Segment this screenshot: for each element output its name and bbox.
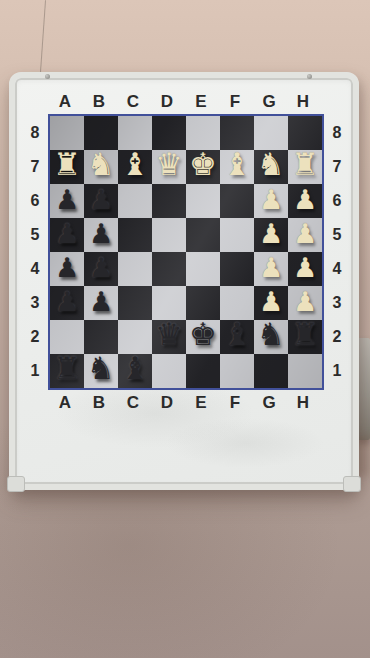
square-c4	[118, 252, 152, 286]
square-b7: ♞︎	[84, 150, 118, 184]
white-pawn: ♟︎	[259, 220, 283, 247]
square-c7: ♝︎	[118, 150, 152, 184]
rank-label-4: 4	[324, 252, 350, 286]
chess-board-print: ABCDEFGH 87654321 ♜︎♞︎♝︎♛︎♚︎♝︎♞︎♜︎♟︎♟︎♟︎…	[22, 89, 346, 415]
square-c3	[118, 286, 152, 320]
square-b8	[84, 116, 118, 150]
rank-label-1: 1	[324, 354, 350, 388]
square-c2	[118, 320, 152, 354]
square-a4: ♟︎	[50, 252, 84, 286]
file-label-e: E	[184, 390, 218, 415]
square-a8	[50, 116, 84, 150]
square-b4: ♟︎	[84, 252, 118, 286]
square-f4	[220, 252, 254, 286]
white-pawn: ♟︎	[293, 186, 317, 213]
rank-label-3: 3	[22, 286, 48, 320]
black-rook: ♜︎	[291, 319, 319, 350]
file-label-d: D	[150, 390, 184, 415]
black-bishop: ♝︎	[121, 353, 149, 384]
black-pawn: ♟︎	[55, 254, 79, 281]
rank-label-7: 7	[22, 150, 48, 184]
square-c6	[118, 184, 152, 218]
rank-label-6: 6	[22, 184, 48, 218]
black-pawn: ♟︎	[89, 220, 113, 247]
square-h6: ♟︎	[288, 184, 322, 218]
file-label-a: A	[48, 390, 82, 415]
square-a6: ♟︎	[50, 184, 84, 218]
file-label-g: G	[252, 390, 286, 415]
square-g2: ♞︎	[254, 320, 288, 354]
black-pawn: ♟︎	[55, 288, 79, 315]
file-label-f: F	[218, 390, 252, 415]
white-pawn: ♟︎	[259, 186, 283, 213]
square-a1: ♜︎	[50, 354, 84, 388]
square-f2: ♝︎	[220, 320, 254, 354]
square-c8	[118, 116, 152, 150]
square-d3	[152, 286, 186, 320]
rank-label-1: 1	[22, 354, 48, 388]
white-knight: ♞︎	[87, 149, 115, 180]
mounting-screw-left	[45, 74, 50, 79]
black-rook: ♜︎	[53, 353, 81, 384]
file-label-h: H	[286, 390, 320, 415]
rank-label-5: 5	[324, 218, 350, 252]
square-e7: ♚︎	[186, 150, 220, 184]
rank-label-7: 7	[324, 150, 350, 184]
square-f6	[220, 184, 254, 218]
white-king: ♚︎	[189, 149, 217, 180]
square-g7: ♞︎	[254, 150, 288, 184]
board-grid: ♜︎♞︎♝︎♛︎♚︎♝︎♞︎♜︎♟︎♟︎♟︎♟︎♟︎♟︎♟︎♟︎♟︎♟︎♟︎♟︎…	[48, 114, 324, 390]
whiteboard: ABCDEFGH 87654321 ♜︎♞︎♝︎♛︎♚︎♝︎♞︎♜︎♟︎♟︎♟︎…	[9, 72, 359, 490]
square-g5: ♟︎	[254, 218, 288, 252]
file-label-f: F	[218, 89, 252, 114]
square-d5	[152, 218, 186, 252]
square-g6: ♟︎	[254, 184, 288, 218]
file-label-h: H	[286, 89, 320, 114]
white-pawn: ♟︎	[293, 288, 317, 315]
square-e6	[186, 184, 220, 218]
square-a5: ♟︎	[50, 218, 84, 252]
square-h2: ♜︎	[288, 320, 322, 354]
square-c1: ♝︎	[118, 354, 152, 388]
mounting-screw-right	[307, 74, 312, 79]
square-f7: ♝︎	[220, 150, 254, 184]
square-d4	[152, 252, 186, 286]
ranks-right: 87654321	[324, 114, 350, 390]
square-f1	[220, 354, 254, 388]
rank-label-3: 3	[324, 286, 350, 320]
white-knight: ♞︎	[257, 149, 285, 180]
square-b2	[84, 320, 118, 354]
white-pawn: ♟︎	[293, 254, 317, 281]
rank-label-8: 8	[22, 116, 48, 150]
square-f3	[220, 286, 254, 320]
file-label-c: C	[116, 89, 150, 114]
black-knight: ♞︎	[257, 319, 285, 350]
square-d1	[152, 354, 186, 388]
square-b5: ♟︎	[84, 218, 118, 252]
white-bishop: ♝︎	[223, 149, 251, 180]
square-b6: ♟︎	[84, 184, 118, 218]
white-pawn: ♟︎	[259, 288, 283, 315]
square-h7: ♜︎	[288, 150, 322, 184]
files-bottom: ABCDEFGH	[22, 390, 346, 415]
black-bishop: ♝︎	[223, 319, 251, 350]
square-a3: ♟︎	[50, 286, 84, 320]
rank-label-6: 6	[324, 184, 350, 218]
white-rook: ♜︎	[291, 149, 319, 180]
corner-clip-left	[7, 476, 25, 492]
square-d8	[152, 116, 186, 150]
square-c5	[118, 218, 152, 252]
square-h5: ♟︎	[288, 218, 322, 252]
rank-label-5: 5	[22, 218, 48, 252]
square-a2	[50, 320, 84, 354]
square-g1	[254, 354, 288, 388]
black-pawn: ♟︎	[55, 186, 79, 213]
square-e2: ♚︎	[186, 320, 220, 354]
square-h3: ♟︎	[288, 286, 322, 320]
black-pawn: ♟︎	[89, 254, 113, 281]
square-b1: ♞︎	[84, 354, 118, 388]
black-queen: ♛︎	[155, 319, 183, 350]
ranks-left: 87654321	[22, 114, 48, 390]
square-g4: ♟︎	[254, 252, 288, 286]
square-h1	[288, 354, 322, 388]
marker-smudge	[165, 418, 325, 468]
square-a7: ♜︎	[50, 150, 84, 184]
square-e4	[186, 252, 220, 286]
file-label-d: D	[150, 89, 184, 114]
black-king: ♚︎	[189, 319, 217, 350]
square-f8	[220, 116, 254, 150]
black-knight: ♞︎	[87, 353, 115, 384]
square-b3: ♟︎	[84, 286, 118, 320]
file-label-e: E	[184, 89, 218, 114]
file-label-a: A	[48, 89, 82, 114]
square-d7: ♛︎	[152, 150, 186, 184]
rank-label-4: 4	[22, 252, 48, 286]
black-pawn: ♟︎	[89, 288, 113, 315]
square-f5	[220, 218, 254, 252]
white-bishop: ♝︎	[121, 149, 149, 180]
file-label-b: B	[82, 89, 116, 114]
square-e3	[186, 286, 220, 320]
white-pawn: ♟︎	[259, 254, 283, 281]
square-g3: ♟︎	[254, 286, 288, 320]
square-d6	[152, 184, 186, 218]
square-e5	[186, 218, 220, 252]
file-label-c: C	[116, 390, 150, 415]
photo-scene: ABCDEFGH 87654321 ♜︎♞︎♝︎♛︎♚︎♝︎♞︎♜︎♟︎♟︎♟︎…	[0, 0, 370, 658]
rank-label-8: 8	[324, 116, 350, 150]
square-h8	[288, 116, 322, 150]
corner-clip-right	[343, 476, 361, 492]
white-rook: ♜︎	[53, 149, 81, 180]
white-pawn: ♟︎	[293, 220, 317, 247]
square-d2: ♛︎	[152, 320, 186, 354]
file-label-b: B	[82, 390, 116, 415]
square-g8	[254, 116, 288, 150]
square-h4: ♟︎	[288, 252, 322, 286]
black-pawn: ♟︎	[55, 220, 79, 247]
rank-label-2: 2	[22, 320, 48, 354]
rank-label-2: 2	[324, 320, 350, 354]
square-e1	[186, 354, 220, 388]
hanging-wire	[40, 0, 46, 72]
board-row: 87654321 ♜︎♞︎♝︎♛︎♚︎♝︎♞︎♜︎♟︎♟︎♟︎♟︎♟︎♟︎♟︎♟…	[22, 114, 346, 390]
white-queen: ♛︎	[155, 149, 183, 180]
black-pawn: ♟︎	[89, 186, 113, 213]
square-e8	[186, 116, 220, 150]
files-top: ABCDEFGH	[22, 89, 346, 114]
file-label-g: G	[252, 89, 286, 114]
